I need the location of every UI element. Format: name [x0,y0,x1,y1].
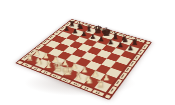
white-pawn-piece: ♟ [92,71,99,79]
square-e2: ♟ [70,63,86,73]
frame-corner-ornament [104,94,111,99]
white-pawn-piece: ♟ [81,67,88,75]
black-pawn-piece: ♟ [117,42,123,49]
product-photo-scene: ♜♞♝♛♚♝♞♜♟♟♟♟♟♟♟♟♟♟♟♟♟♟♟♟♜♞♝♛♚♝♞♜ [0,0,175,105]
white-pawn-piece: ♟ [52,57,59,64]
black-pawn-piece: ♟ [127,45,133,52]
